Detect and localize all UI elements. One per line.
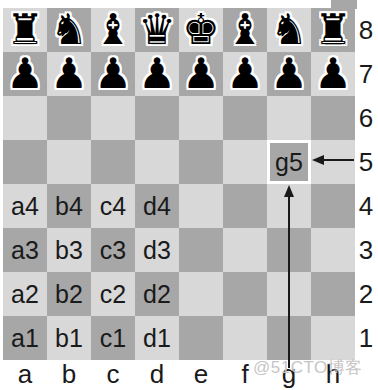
square-c2[interactable]: c2: [91, 272, 135, 316]
square-b6[interactable]: [47, 96, 91, 140]
square-a6[interactable]: [3, 96, 47, 140]
arrow-fileg-to-g5-head-icon: [284, 185, 294, 197]
square-h3[interactable]: [311, 228, 355, 272]
rank-label-7: 7: [354, 52, 378, 96]
square-e5[interactable]: [179, 140, 223, 184]
square-d4[interactable]: d4: [135, 184, 179, 228]
square-d8[interactable]: ♛: [135, 8, 179, 52]
square-f8[interactable]: ♝: [223, 8, 267, 52]
square-d5[interactable]: [135, 140, 179, 184]
square-g8[interactable]: ♞: [267, 8, 311, 52]
black-pawn: ♟: [94, 52, 132, 96]
file-label-b: b: [47, 358, 91, 390]
rank-label-5: 5: [354, 140, 378, 184]
square-c1[interactable]: c1: [91, 316, 135, 360]
coordinate-label-a3: a3: [11, 228, 39, 272]
file-label-d: d: [135, 358, 179, 390]
rank-label-4: 4: [354, 184, 378, 228]
square-c3[interactable]: c3: [91, 228, 135, 272]
square-c6[interactable]: [91, 96, 135, 140]
square-h8[interactable]: ♜: [311, 8, 355, 52]
square-f1[interactable]: [223, 316, 267, 360]
square-b3[interactable]: b3: [47, 228, 91, 272]
square-c7[interactable]: ♟: [91, 52, 135, 96]
coordinate-label-d3: d3: [143, 228, 171, 272]
square-b5[interactable]: [47, 140, 91, 184]
square-f7[interactable]: ♟: [223, 52, 267, 96]
square-b8[interactable]: ♞: [47, 8, 91, 52]
square-c5[interactable]: [91, 140, 135, 184]
square-d6[interactable]: [135, 96, 179, 140]
coordinate-label-a1: a1: [11, 316, 39, 360]
square-h2[interactable]: [311, 272, 355, 316]
file-label-c: c: [91, 358, 135, 390]
square-d3[interactable]: d3: [135, 228, 179, 272]
square-a1[interactable]: a1: [3, 316, 47, 360]
rank-labels: 87654321: [354, 8, 378, 360]
square-e4[interactable]: [179, 184, 223, 228]
square-e7[interactable]: ♟: [179, 52, 223, 96]
square-f2[interactable]: [223, 272, 267, 316]
rank-label-8: 8: [354, 8, 378, 52]
coordinate-label-d1: d1: [143, 316, 171, 360]
square-h1[interactable]: [311, 316, 355, 360]
square-h6[interactable]: [311, 96, 355, 140]
rank-label-1: 1: [354, 316, 378, 360]
arrow-fileg-to-g5-line: [288, 196, 290, 368]
coordinate-label-a2: a2: [11, 272, 39, 316]
black-pawn: ♟: [226, 52, 264, 96]
arrow-rank5-to-g5-head-icon: [312, 155, 324, 165]
black-bishop: ♝: [226, 8, 264, 52]
coordinate-label-b2: b2: [55, 272, 83, 316]
coordinate-label-c3: c3: [100, 228, 126, 272]
black-pawn: ♟: [314, 52, 352, 96]
black-pawn: ♟: [6, 52, 44, 96]
square-g6[interactable]: [267, 96, 311, 140]
square-b4[interactable]: b4: [47, 184, 91, 228]
coordinate-label-a4: a4: [11, 184, 39, 228]
rank-label-2: 2: [354, 272, 378, 316]
square-f6[interactable]: [223, 96, 267, 140]
black-king: ♚: [182, 8, 220, 52]
file-label-a: a: [3, 358, 47, 390]
black-rook: ♜: [6, 8, 44, 52]
square-g5[interactable]: g5: [267, 140, 311, 184]
black-rook: ♜: [314, 8, 352, 52]
square-c4[interactable]: c4: [91, 184, 135, 228]
square-f5[interactable]: [223, 140, 267, 184]
chess-board: ♜♞♝♛♚♝♞♜♟♟♟♟♟♟♟♟g5a4b4c4d4a3b3c3d3a2b2c2…: [3, 8, 355, 360]
square-f3[interactable]: [223, 228, 267, 272]
black-bishop: ♝: [94, 8, 132, 52]
square-b1[interactable]: b1: [47, 316, 91, 360]
square-a8[interactable]: ♜: [3, 8, 47, 52]
square-e8[interactable]: ♚: [179, 8, 223, 52]
coordinate-label-c2: c2: [100, 272, 126, 316]
square-a7[interactable]: ♟: [3, 52, 47, 96]
watermark: @51CTO博客: [253, 356, 363, 379]
square-a3[interactable]: a3: [3, 228, 47, 272]
square-h4[interactable]: [311, 184, 355, 228]
square-b7[interactable]: ♟: [47, 52, 91, 96]
square-g7[interactable]: ♟: [267, 52, 311, 96]
coordinate-label-b4: b4: [55, 184, 83, 228]
square-d2[interactable]: d2: [135, 272, 179, 316]
arrow-rank5-to-g5-line: [324, 159, 354, 161]
square-c8[interactable]: ♝: [91, 8, 135, 52]
square-e3[interactable]: [179, 228, 223, 272]
black-pawn: ♟: [50, 52, 88, 96]
square-e1[interactable]: [179, 316, 223, 360]
square-d1[interactable]: d1: [135, 316, 179, 360]
chess-coordinates-diagram: ♜♞♝♛♚♝♞♜♟♟♟♟♟♟♟♟g5a4b4c4d4a3b3c3d3a2b2c2…: [0, 0, 378, 390]
coordinate-label-d4: d4: [143, 184, 171, 228]
square-b2[interactable]: b2: [47, 272, 91, 316]
rank-label-6: 6: [354, 96, 378, 140]
square-e2[interactable]: [179, 272, 223, 316]
black-pawn: ♟: [270, 52, 308, 96]
black-pawn: ♟: [182, 52, 220, 96]
square-d7[interactable]: ♟: [135, 52, 179, 96]
black-pawn: ♟: [138, 52, 176, 96]
black-queen: ♛: [138, 8, 176, 52]
coordinate-label-b1: b1: [55, 316, 83, 360]
file-label-e: e: [179, 358, 223, 390]
coordinate-label-d2: d2: [143, 272, 171, 316]
coordinate-label-c1: c1: [100, 316, 126, 360]
square-a5[interactable]: [3, 140, 47, 184]
coordinate-label-b3: b3: [55, 228, 83, 272]
square-a4[interactable]: a4: [3, 184, 47, 228]
black-knight: ♞: [50, 8, 88, 52]
square-a2[interactable]: a2: [3, 272, 47, 316]
square-f4[interactable]: [223, 184, 267, 228]
square-h7[interactable]: ♟: [311, 52, 355, 96]
rank-label-3: 3: [354, 228, 378, 272]
coordinate-label-c4: c4: [100, 184, 126, 228]
highlight-square-label: g5: [275, 140, 303, 184]
black-knight: ♞: [270, 8, 308, 52]
square-e6[interactable]: [179, 96, 223, 140]
